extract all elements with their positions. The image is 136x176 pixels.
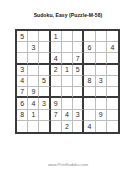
cell-r2c6[interactable] [73, 42, 84, 53]
cell-r9c4[interactable] [51, 121, 62, 132]
cell-r8c6: 3 [73, 110, 84, 121]
cell-r4c2[interactable] [28, 65, 39, 76]
cell-r2c7: 6 [84, 42, 95, 53]
cell-r8c7[interactable] [84, 110, 95, 121]
cell-r6c4[interactable] [51, 87, 62, 98]
cell-r1c6[interactable] [73, 31, 84, 42]
cell-r6c7[interactable] [84, 87, 95, 98]
cell-r7c4: 9 [51, 98, 62, 109]
cell-r9c5: 2 [62, 121, 73, 132]
cell-r2c4[interactable] [51, 42, 62, 53]
cell-r8c9[interactable] [107, 110, 118, 121]
cell-r6c6[interactable] [73, 87, 84, 98]
cell-r4c6: 5 [73, 65, 84, 76]
cell-r8c3[interactable] [39, 110, 50, 121]
cell-r6c1: 7 [17, 87, 28, 98]
sudoku-grid: 51364473215458379643981743924 [15, 29, 120, 134]
cell-r2c5[interactable] [62, 42, 73, 53]
cell-r5c4[interactable] [51, 76, 62, 87]
cell-r9c1[interactable] [17, 121, 28, 132]
cell-r3c7[interactable] [84, 53, 95, 64]
cell-r7c5[interactable] [62, 98, 73, 109]
footer-url: www.PrintSudoku.com [0, 162, 136, 167]
cell-r9c8[interactable] [96, 121, 107, 132]
cell-r9c6[interactable] [73, 121, 84, 132]
cell-r3c8[interactable] [96, 53, 107, 64]
cell-r7c9[interactable] [107, 98, 118, 109]
cell-r8c1: 8 [17, 110, 28, 121]
cell-r9c9[interactable] [107, 121, 118, 132]
cell-r5c8: 3 [96, 76, 107, 87]
cell-r3c3[interactable] [39, 53, 50, 64]
cell-r7c3: 3 [39, 98, 50, 109]
cell-r2c8[interactable] [96, 42, 107, 53]
cell-r1c1: 5 [17, 31, 28, 42]
cell-r1c8[interactable] [96, 31, 107, 42]
cell-r6c8[interactable] [96, 87, 107, 98]
cell-r7c2: 4 [28, 98, 39, 109]
cell-r6c5[interactable] [62, 87, 73, 98]
cell-r9c2[interactable] [28, 121, 39, 132]
cell-r4c3[interactable] [39, 65, 50, 76]
cell-r8c4: 7 [51, 110, 62, 121]
page-title: Sudoku, Easy (Puzzle-M-58) [0, 12, 136, 18]
cell-r8c2: 1 [28, 110, 39, 121]
cell-r4c4: 2 [51, 65, 62, 76]
cell-r3c2[interactable] [28, 53, 39, 64]
cell-r7c8[interactable] [96, 98, 107, 109]
cell-r9c3[interactable] [39, 121, 50, 132]
cell-r4c7[interactable] [84, 65, 95, 76]
cell-r3c6: 7 [73, 53, 84, 64]
cell-r5c9[interactable] [107, 76, 118, 87]
cell-r1c7[interactable] [84, 31, 95, 42]
cell-r2c2: 3 [28, 42, 39, 53]
cell-r8c8: 9 [96, 110, 107, 121]
cell-r4c8[interactable] [96, 65, 107, 76]
cell-r5c5[interactable] [62, 76, 73, 87]
cell-r1c4: 1 [51, 31, 62, 42]
cell-r5c2[interactable] [28, 76, 39, 87]
cell-r3c4: 4 [51, 53, 62, 64]
cell-r2c3[interactable] [39, 42, 50, 53]
cell-r6c3[interactable] [39, 87, 50, 98]
cell-r2c1[interactable] [17, 42, 28, 53]
cell-r9c7: 4 [84, 121, 95, 132]
cell-r8c5: 4 [62, 110, 73, 121]
cell-r5c7: 8 [84, 76, 95, 87]
cell-r1c5[interactable] [62, 31, 73, 42]
cell-r7c1: 6 [17, 98, 28, 109]
cell-r4c9[interactable] [107, 65, 118, 76]
cell-r6c9[interactable] [107, 87, 118, 98]
cell-r3c1[interactable] [17, 53, 28, 64]
cell-r7c7[interactable] [84, 98, 95, 109]
cell-r1c2[interactable] [28, 31, 39, 42]
cell-r3c9[interactable] [107, 53, 118, 64]
cell-r3c5[interactable] [62, 53, 73, 64]
cell-r1c9[interactable] [107, 31, 118, 42]
cell-r5c3: 5 [39, 76, 50, 87]
cell-r5c6[interactable] [73, 76, 84, 87]
cell-r2c9: 4 [107, 42, 118, 53]
cell-r4c5: 1 [62, 65, 73, 76]
sudoku-sheet: Sudoku, Easy (Puzzle-M-58) 5136447321545… [0, 0, 136, 176]
cell-r6c2: 9 [28, 87, 39, 98]
cell-r1c3[interactable] [39, 31, 50, 42]
cell-r5c1: 4 [17, 76, 28, 87]
cell-r7c6[interactable] [73, 98, 84, 109]
cell-r4c1: 3 [17, 65, 28, 76]
